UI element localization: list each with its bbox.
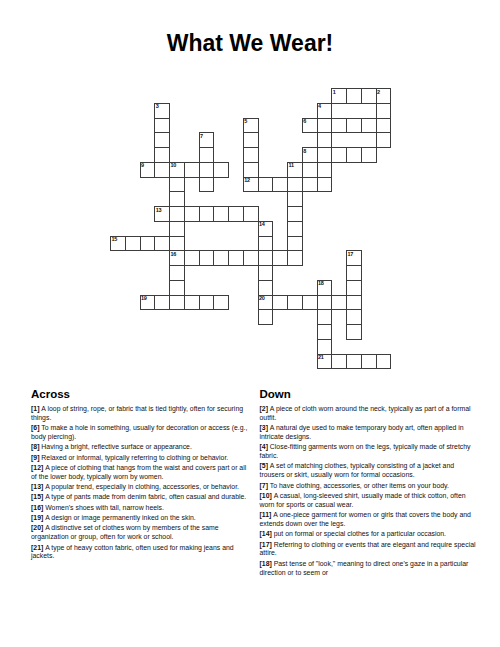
- down-clue-7: [7] To have clothing, accessories, or ot…: [260, 482, 481, 491]
- clue-label: [5]: [260, 462, 270, 469]
- grid-cell-r14c4[interactable]: [169, 295, 185, 311]
- grid-cell-r8c4[interactable]: [169, 206, 185, 222]
- grid-cell-r14c14[interactable]: [317, 295, 333, 311]
- across-clue-19: [19] A design or image permanently inked…: [31, 514, 252, 523]
- cell-number-6: 6: [303, 119, 306, 125]
- clue-label: [8]: [31, 443, 41, 450]
- grid-cell-r10c2[interactable]: [140, 236, 156, 252]
- grid-cell-r14c5[interactable]: [184, 295, 200, 311]
- clue-label: [4]: [260, 443, 270, 450]
- grid-cell-r11c12[interactable]: [287, 250, 303, 266]
- clue-label: [7]: [260, 482, 270, 489]
- grid-cell-r8c9[interactable]: [243, 206, 259, 222]
- grid-cell-r11c9[interactable]: [243, 250, 259, 266]
- across-clue-21: [21] A type of heavy cotton fabric, ofte…: [31, 544, 252, 562]
- grid-cell-r10c12[interactable]: [287, 236, 303, 252]
- grid-cell-r0c17[interactable]: [361, 88, 377, 104]
- cell-number-20: 20: [259, 296, 265, 302]
- cell-number-13: 13: [156, 208, 162, 214]
- down-clue-3: [3] A natural dye used to make temporary…: [260, 424, 481, 442]
- across-header: Across: [31, 388, 252, 400]
- grid-cell-r14c12[interactable]: [287, 295, 303, 311]
- clue-label: [15]: [31, 493, 45, 500]
- grid-cell-r6c4[interactable]: [169, 177, 185, 193]
- clue-label: [16]: [31, 504, 45, 511]
- across-clue-1: [1] A loop of string, rope, or fabric th…: [31, 405, 252, 423]
- grid-cell-r15c10[interactable]: [258, 309, 274, 325]
- grid-cell-r8c7[interactable]: [213, 206, 229, 222]
- grid-cell-r8c8[interactable]: [228, 206, 244, 222]
- grid-cell-r7c4[interactable]: [169, 191, 185, 207]
- grid-cell-r14c11[interactable]: [272, 295, 288, 311]
- cell-number-8: 8: [303, 149, 306, 155]
- grid-cell-r3c14[interactable]: [317, 132, 333, 148]
- across-clue-list: [1] A loop of string, rope, or fabric th…: [31, 405, 252, 561]
- grid-cell-r11c5[interactable]: [184, 250, 200, 266]
- grid-cell-r4c15[interactable]: [331, 147, 347, 163]
- grid-cell-r14c13[interactable]: [302, 295, 318, 311]
- grid-cell-r18c18[interactable]: [376, 354, 392, 370]
- grid-cell-r5c9[interactable]: [243, 162, 259, 178]
- grid-cell-r4c16[interactable]: [346, 147, 362, 163]
- cell-number-14: 14: [259, 222, 265, 228]
- grid-cell-r6c10[interactable]: [258, 177, 274, 193]
- grid-cell-r14c16[interactable]: [346, 295, 362, 311]
- across-clue-13: [13] A popular trend, especially in clot…: [31, 483, 252, 492]
- grid-cell-r12c16[interactable]: [346, 265, 362, 281]
- grid-cell-r10c3[interactable]: [154, 236, 170, 252]
- grid-cell-r15c14[interactable]: [317, 309, 333, 325]
- cell-number-7: 7: [200, 134, 203, 140]
- cell-number-1: 1: [333, 90, 336, 96]
- grid-cell-r4c6[interactable]: [199, 147, 215, 163]
- grid-cell-r9c4[interactable]: [169, 221, 185, 237]
- grid-cell-r13c4[interactable]: [169, 280, 185, 296]
- grid-cell-r2c14[interactable]: [317, 118, 333, 134]
- grid-cell-r10c1[interactable]: [125, 236, 141, 252]
- grid-cell-r3c3[interactable]: [154, 132, 170, 148]
- grid-cell-r16c16[interactable]: [346, 324, 362, 340]
- cell-number-15: 15: [112, 237, 118, 243]
- grid-cell-r5c14[interactable]: [317, 162, 333, 178]
- page-title: What We Wear!: [0, 30, 500, 57]
- across-clue-6: [6] To make a hole in something, usually…: [31, 424, 252, 442]
- clue-label: [1]: [31, 405, 41, 412]
- grid-cell-r13c16[interactable]: [346, 280, 362, 296]
- cell-number-4: 4: [318, 104, 321, 110]
- across-clue-9: [9] Relaxed or informal, typically refer…: [31, 454, 252, 463]
- grid-cell-r5c5[interactable]: [184, 162, 200, 178]
- grid-cell-r2c16[interactable]: [346, 118, 362, 134]
- grid-cell-r18c15[interactable]: [331, 354, 347, 370]
- clue-label: [10]: [260, 492, 274, 499]
- grid-cell-r11c8[interactable]: [228, 250, 244, 266]
- grid-cell-r2c3[interactable]: [154, 118, 170, 134]
- clue-label: [6]: [31, 424, 41, 431]
- cell-number-11: 11: [289, 163, 294, 169]
- down-clue-4: [4] Close-fitting garments worn on the l…: [260, 443, 481, 461]
- grid-cell-r12c10[interactable]: [258, 265, 274, 281]
- grid-cell-r5c3[interactable]: [154, 162, 170, 178]
- cell-number-5: 5: [244, 119, 247, 125]
- across-clue-16: [16] Women's shoes with tall, narrow hee…: [31, 504, 252, 513]
- cell-number-12: 12: [244, 178, 250, 184]
- cell-number-9: 9: [141, 163, 144, 169]
- grid-cell-r17c14[interactable]: [317, 339, 333, 355]
- grid-cell-r12c4[interactable]: [169, 265, 185, 281]
- grid-cell-r11c7[interactable]: [213, 250, 229, 266]
- clues-section: Across [1] A loop of string, rope, or fa…: [31, 388, 480, 579]
- grid-cell-r11c10[interactable]: [258, 250, 274, 266]
- grid-cell-r6c12[interactable]: [287, 177, 303, 193]
- grid-cell-r8c6[interactable]: [199, 206, 215, 222]
- grid-cell-r14c7[interactable]: [213, 295, 229, 311]
- grid-cell-r14c3[interactable]: [154, 295, 170, 311]
- cell-number-19: 19: [141, 296, 147, 302]
- grid-cell-r6c6[interactable]: [199, 177, 215, 193]
- grid-cell-r6c13[interactable]: [302, 177, 318, 193]
- across-clue-20: [20] A distinctive set of clothes worn b…: [31, 524, 252, 542]
- grid-cell-r0c16[interactable]: [346, 88, 362, 104]
- grid-cell-r6c11[interactable]: [272, 177, 288, 193]
- grid-cell-r5c7[interactable]: [213, 162, 229, 178]
- grid-cell-r11c11[interactable]: [272, 250, 288, 266]
- cell-number-16: 16: [171, 252, 177, 258]
- grid-cell-r3c9[interactable]: [243, 132, 259, 148]
- crossword-page: What We Wear! 12345678910111213141516171…: [0, 0, 500, 647]
- down-clue-10: [10] A casual, long-sleeved shirt, usual…: [260, 492, 481, 510]
- grid-cell-r5c6[interactable]: [199, 162, 215, 178]
- down-clue-5: [5] A set of matching clothes, typically…: [260, 462, 481, 480]
- grid-cell-r8c5[interactable]: [184, 206, 200, 222]
- grid-cell-r10c10[interactable]: [258, 236, 274, 252]
- grid-cell-r2c17[interactable]: [361, 118, 377, 134]
- down-clue-list: [2] A piece of cloth worn around the nec…: [260, 405, 481, 577]
- grid-cell-r6c14[interactable]: [317, 177, 333, 193]
- cell-number-10: 10: [171, 163, 177, 169]
- grid-cell-r2c18[interactable]: [376, 118, 392, 134]
- across-column: Across [1] A loop of string, rope, or fa…: [31, 388, 252, 579]
- crossword-grid: 123456789101112131415161718192021: [110, 88, 391, 369]
- down-clue-18: [18] Past tense of "look," meaning to di…: [260, 560, 481, 578]
- grid-cell-r15c16[interactable]: [346, 309, 362, 325]
- grid-cell-r14c15[interactable]: [331, 295, 347, 311]
- across-clue-15: [15] A type of pants made from denim fab…: [31, 493, 252, 502]
- grid-cell-r4c14[interactable]: [317, 147, 333, 163]
- down-header: Down: [260, 388, 481, 400]
- clue-label: [3]: [260, 424, 270, 431]
- grid-cell-r3c18[interactable]: [376, 132, 392, 148]
- cell-number-18: 18: [318, 281, 324, 287]
- down-clue-14: [14] put on formal or special clothes fo…: [260, 530, 481, 539]
- across-clue-8: [8] Having a bright, reflective surface …: [31, 443, 252, 452]
- cell-number-2: 2: [377, 90, 380, 96]
- grid-cell-r18c16[interactable]: [346, 354, 362, 370]
- clue-label: [20]: [31, 524, 45, 531]
- grid-cell-r1c18[interactable]: [376, 103, 392, 119]
- grid-cell-r4c17[interactable]: [361, 147, 377, 163]
- clue-label: [18]: [260, 560, 274, 567]
- cell-number-17: 17: [348, 252, 354, 258]
- grid-cell-r4c3[interactable]: [154, 147, 170, 163]
- down-column: Down [2] A piece of cloth worn around th…: [260, 388, 481, 579]
- clue-label: [17]: [260, 541, 274, 548]
- grid-cell-r16c14[interactable]: [317, 324, 333, 340]
- down-clue-2: [2] A piece of cloth worn around the nec…: [260, 405, 481, 423]
- clue-label: [19]: [31, 514, 45, 521]
- down-clue-17: [17] Referring to clothing or events tha…: [260, 541, 481, 559]
- cell-number-3: 3: [156, 104, 159, 110]
- clue-label: [12]: [31, 464, 45, 471]
- grid-cell-r2c15[interactable]: [331, 118, 347, 134]
- cell-number-21: 21: [318, 355, 324, 361]
- clue-label: [9]: [31, 454, 41, 461]
- grid-cell-r10c4[interactable]: [169, 236, 185, 252]
- grid-cell-r8c12[interactable]: [287, 206, 303, 222]
- grid-cell-r4c9[interactable]: [243, 147, 259, 163]
- grid-cell-r9c12[interactable]: [287, 221, 303, 237]
- grid-cell-r18c17[interactable]: [361, 354, 377, 370]
- grid-cell-r14c6[interactable]: [199, 295, 215, 311]
- grid-cell-r7c12[interactable]: [287, 191, 303, 207]
- clue-label: [21]: [31, 544, 45, 551]
- grid-cell-r11c6[interactable]: [199, 250, 215, 266]
- clue-label: [13]: [31, 483, 45, 490]
- clue-label: [2]: [260, 405, 270, 412]
- down-clue-11: [11] A one-piece garment for women or gi…: [260, 511, 481, 529]
- grid-cell-r13c10[interactable]: [258, 280, 274, 296]
- clue-label: [14]: [260, 530, 274, 537]
- across-clue-12: [12] A piece of clothing that hangs from…: [31, 464, 252, 482]
- clue-label: [11]: [260, 511, 274, 518]
